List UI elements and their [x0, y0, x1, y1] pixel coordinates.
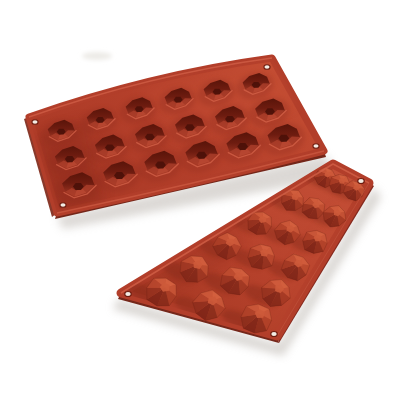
back-mold-corner-hole — [313, 144, 319, 149]
hole-opening — [271, 332, 278, 337]
back-mold-corner-hole — [32, 120, 38, 125]
hole-opening — [125, 292, 132, 297]
gem-dome — [180, 256, 208, 282]
hole-opening — [264, 65, 270, 70]
hole-opening — [32, 120, 38, 125]
front-mold-corner-hole — [271, 332, 278, 337]
gem-dome — [248, 212, 272, 234]
product-photo-stage — [0, 0, 400, 400]
gem-dome — [248, 244, 275, 269]
hole-opening — [358, 179, 365, 184]
back-mold-corner-hole — [60, 203, 66, 208]
gem-dome — [241, 304, 272, 333]
hole-opening — [60, 203, 66, 208]
front-mold-corner-hole — [358, 179, 365, 184]
gem-dome — [303, 230, 328, 253]
back-mold-corner-hole — [264, 65, 270, 70]
front-mold-corner-hole — [125, 292, 132, 297]
hole-opening — [313, 144, 319, 149]
background-smudge — [82, 52, 112, 60]
silicone-mold-photo — [0, 0, 400, 400]
gem-dome — [147, 278, 177, 306]
